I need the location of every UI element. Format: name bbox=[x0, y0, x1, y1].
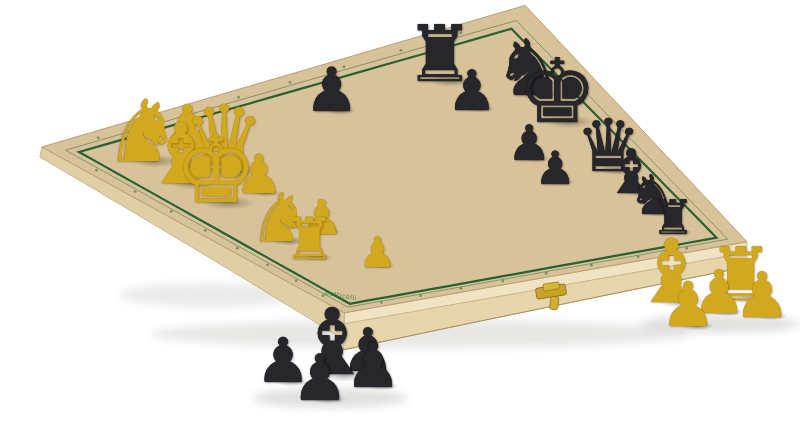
photo-stage: Botticelli ♞♟♝♛♚♟♞♟♜♟♟♜♞♟♚♟♛♟♝♞♜♟♝♟♟♟♝♜♟… bbox=[0, 0, 800, 436]
box-and-table-scene: Botticelli bbox=[0, 0, 800, 436]
